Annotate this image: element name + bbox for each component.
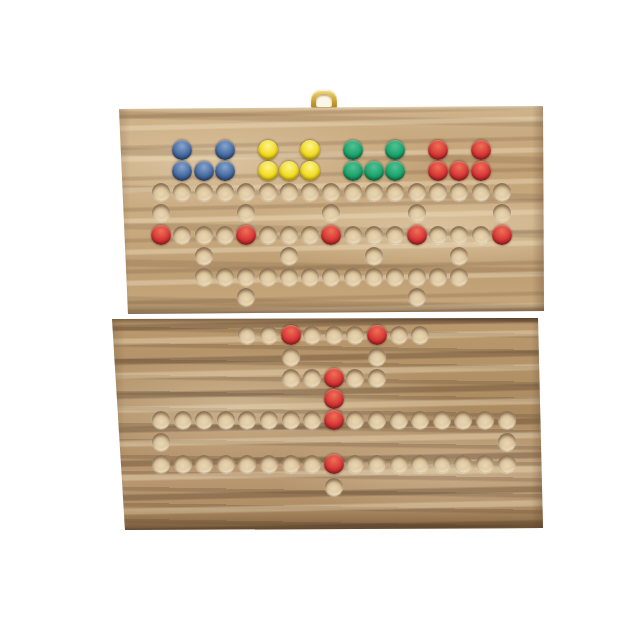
peg-red [151,225,171,245]
board-hole [450,268,468,286]
board-hole [260,326,278,344]
board-hole [152,226,170,244]
peg-red [367,325,387,345]
board-hole [493,204,511,222]
board-hole [217,411,235,429]
peg-yellow [279,161,299,181]
board-hole [433,455,451,473]
board-hole [173,141,191,159]
peg-red [407,225,427,245]
peg-blue [194,161,214,181]
peg-red [492,225,512,245]
peg-red [449,161,469,181]
board-hole [344,226,362,244]
board-hole [173,162,191,180]
board-hole [303,455,321,473]
board-hole [368,411,386,429]
board-hole [390,455,408,473]
board-hole [259,162,277,180]
board-hole [365,247,383,265]
board-hole [433,411,451,429]
board-hole [429,226,447,244]
board-hole [237,268,255,286]
board-hole [344,183,362,201]
board-hole [386,162,404,180]
board-hole [301,162,319,180]
board-hole [411,455,429,473]
peg-red [281,325,301,345]
board-hole [152,455,170,473]
product-photo [0,0,640,640]
board-hole [260,455,278,473]
board-hole [365,162,383,180]
board-hole [303,326,321,344]
board-hole [282,326,300,344]
board-hole [386,141,404,159]
peg-blue [172,140,192,160]
board-hole [476,411,494,429]
board-hole [322,183,340,201]
peg-red [321,225,341,245]
board-hole [454,411,472,429]
board-hole [237,183,255,201]
peg-yellow [258,140,278,160]
board-hole [303,369,321,387]
board-hole [450,162,468,180]
board-hole [368,369,386,387]
board-hole [195,411,213,429]
board-hole [152,411,170,429]
board-hole [429,141,447,159]
peg-red [428,140,448,160]
board-hole [195,183,213,201]
board-hole [216,183,234,201]
board-hole [390,326,408,344]
board-hole [472,226,490,244]
board-hole [472,183,490,201]
board-hole [280,162,298,180]
peg-green [364,161,384,181]
board-hole [282,455,300,473]
board-hole [429,162,447,180]
peg-yellow [300,161,320,181]
board-hole [173,183,191,201]
board-hole [237,204,255,222]
board-hole [386,268,404,286]
board-hole [365,268,383,286]
peg-blue [215,140,235,160]
board-hole [365,226,383,244]
board-hole [301,268,319,286]
board-hole [282,411,300,429]
board-hole [280,247,298,265]
peg-red [324,454,344,474]
board-hole [454,455,472,473]
board-hole [237,226,255,244]
board-hole [408,268,426,286]
peg-red [324,410,344,430]
board-hole [259,141,277,159]
board-hole [390,411,408,429]
board-hole [301,141,319,159]
board-hole [259,183,277,201]
board-hole [195,226,213,244]
peg-red [428,161,448,181]
board-hole [238,455,256,473]
board-hole [498,411,516,429]
board-hole [386,226,404,244]
peg-green [343,161,363,181]
board-hole [325,411,343,429]
board-hole [216,268,234,286]
board-hole [476,455,494,473]
board-hole [472,162,490,180]
board-hole [152,433,170,451]
board-hole [450,183,468,201]
board-hole [450,226,468,244]
board-hole [195,162,213,180]
board-hole [322,226,340,244]
peg-board-grid [0,0,640,640]
peg-blue [172,161,192,181]
peg-blue [215,161,235,181]
board-hole [325,478,343,496]
peg-green [385,140,405,160]
board-hole [173,226,191,244]
board-hole [346,411,364,429]
board-hole [472,141,490,159]
board-hole [280,183,298,201]
board-hole [260,411,278,429]
board-hole [408,288,426,306]
board-hole [152,204,170,222]
board-hole [450,247,468,265]
peg-green [385,161,405,181]
peg-red [324,389,344,409]
board-hole [325,455,343,473]
board-hole [408,226,426,244]
peg-red [324,368,344,388]
board-hole [238,326,256,344]
board-hole [237,288,255,306]
board-hole [325,369,343,387]
board-hole [174,411,192,429]
board-hole [195,268,213,286]
board-hole [325,390,343,408]
board-hole [259,226,277,244]
board-hole [365,183,383,201]
board-hole [280,226,298,244]
board-hole [408,204,426,222]
board-hole [322,204,340,222]
board-hole [368,455,386,473]
board-hole [344,268,362,286]
board-hole [152,183,170,201]
peg-red [471,140,491,160]
board-hole [344,162,362,180]
board-hole [174,455,192,473]
peg-red [236,225,256,245]
board-hole [195,247,213,265]
board-hole [346,455,364,473]
board-hole [368,348,386,366]
board-hole [301,226,319,244]
board-hole [411,411,429,429]
board-hole [303,411,321,429]
board-hole [498,455,516,473]
board-hole [346,326,364,344]
board-hole [301,183,319,201]
board-hole [195,455,213,473]
board-hole [368,326,386,344]
board-hole [498,433,516,451]
board-hole [259,268,277,286]
peg-green [343,140,363,160]
board-hole [429,183,447,201]
board-hole [493,226,511,244]
board-hole [346,369,364,387]
board-hole [216,162,234,180]
peg-yellow [300,140,320,160]
peg-yellow [258,161,278,181]
board-hole [386,183,404,201]
board-hole [216,226,234,244]
board-hole [493,183,511,201]
peg-red [471,161,491,181]
board-hole [282,348,300,366]
board-hole [282,369,300,387]
board-hole [217,455,235,473]
board-hole [344,141,362,159]
board-hole [216,141,234,159]
board-hole [325,326,343,344]
board-hole [280,268,298,286]
board-hole [429,268,447,286]
board-hole [238,411,256,429]
board-hole [408,183,426,201]
board-hole [322,268,340,286]
board-hole [411,326,429,344]
